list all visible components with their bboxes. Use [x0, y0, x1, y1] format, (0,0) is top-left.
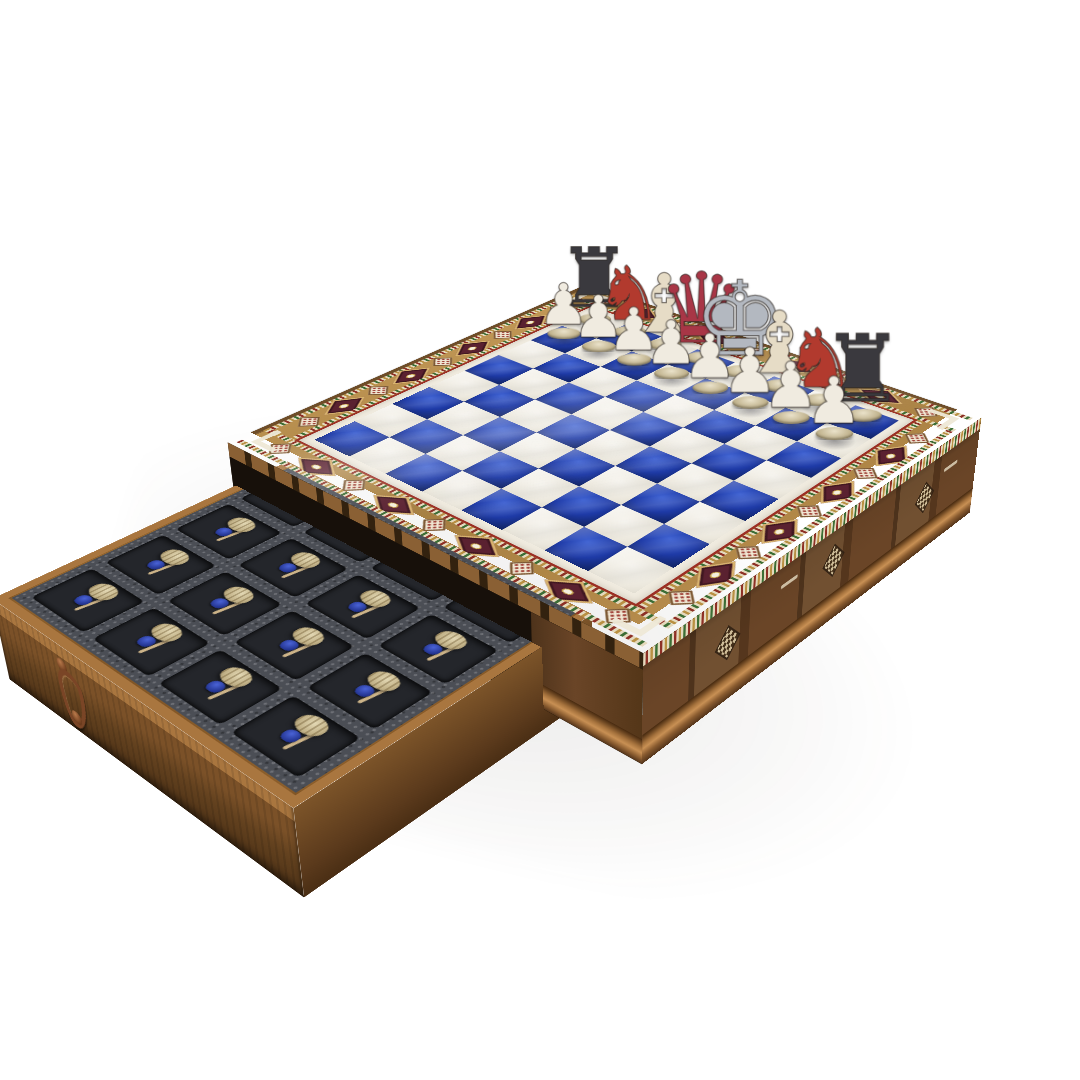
foam-slot	[167, 571, 282, 635]
foam-slot	[231, 695, 361, 777]
foam-slot	[237, 538, 348, 598]
mosaic-diamond-medallion	[696, 561, 735, 588]
stored-piece-figure	[352, 683, 378, 699]
stored-piece-figure	[346, 600, 370, 614]
stored-piece-base	[155, 546, 194, 567]
foam-slot	[377, 614, 498, 684]
stored-piece-figure	[203, 679, 229, 695]
piece-pedestal	[815, 427, 852, 440]
stored-piece-lance	[137, 638, 172, 654]
stored-piece-figure	[208, 597, 232, 611]
stored-piece-figure	[277, 638, 302, 653]
mosaic-star-inlay	[510, 561, 534, 575]
stored-piece-lance	[351, 604, 383, 619]
foam-slot	[305, 575, 420, 640]
mosaic-star-inlay	[596, 297, 614, 304]
mosaic-star-inlay	[669, 590, 695, 604]
mosaic-star-inlay	[423, 519, 446, 531]
drawer-handle[interactable]	[52, 651, 88, 734]
stored-piece-figure	[277, 727, 304, 744]
mosaic-star-inlay	[853, 468, 878, 479]
stored-piece-base	[83, 581, 124, 604]
stored-piece-figure	[213, 526, 235, 538]
piece-glyph: ♟	[805, 370, 863, 432]
stored-piece-base	[214, 664, 258, 691]
mosaic-star-inlay	[667, 322, 686, 330]
stored-piece-base	[362, 668, 407, 695]
stored-piece-lance	[282, 732, 318, 750]
mosaic-star-inlay	[343, 480, 366, 491]
stored-piece-lance	[212, 600, 245, 614]
stored-piece-figure	[71, 593, 95, 606]
mosaic-star-inlay	[549, 306, 567, 313]
dash-inlay	[781, 574, 798, 590]
foam-slot	[159, 649, 283, 724]
checker-inlay	[916, 484, 933, 511]
stored-piece-lance	[281, 642, 315, 658]
stored-piece-base	[288, 711, 334, 740]
stored-piece-figure	[145, 558, 168, 571]
stored-piece-base	[430, 627, 473, 652]
stored-piece-lance	[206, 683, 242, 700]
stored-piece-figure	[421, 641, 446, 656]
mosaic-diamond-medallion	[298, 457, 335, 475]
dash-inlay	[944, 459, 958, 472]
mosaic-diamond-medallion	[761, 519, 797, 543]
chess-piece-p[interactable]: ♟	[792, 359, 877, 440]
mosaic-star-inlay	[904, 433, 929, 443]
foam-slot	[307, 653, 432, 729]
mosaic-diamond-medallion	[455, 535, 499, 557]
foam-slot	[31, 568, 145, 632]
mosaic-diamond-medallion	[695, 332, 734, 346]
foam-slot	[234, 611, 354, 681]
stored-piece-lance	[216, 529, 247, 541]
product-photo-stage: Product photo on a white background: han…	[0, 0, 1080, 1080]
stored-piece-base	[223, 515, 261, 535]
handle-loop	[55, 663, 92, 736]
stored-piece-base	[355, 587, 396, 610]
foam-slot	[92, 607, 211, 676]
stored-piece-base	[286, 549, 326, 570]
mosaic-star-inlay	[368, 386, 388, 395]
mosaic-star-inlay	[494, 331, 512, 339]
checker-inlay	[716, 628, 738, 658]
stored-piece-base	[219, 584, 260, 607]
mosaic-diamond-medallion	[821, 481, 854, 503]
stored-piece-lance	[281, 565, 312, 578]
scene-3d: ♜♞♝♛♚♝♞♜♟♟♟♟♟♟♟♟	[0, 0, 1080, 1080]
mosaic-star-inlay	[797, 505, 823, 517]
chess-box: ♜♞♝♛♚♝♞♜♟♟♟♟♟♟♟♟	[228, 284, 982, 654]
mosaic-diamond-medallion	[373, 495, 414, 515]
square-d4	[537, 414, 610, 448]
mosaic-diamond-medallion	[514, 315, 547, 330]
stored-piece-base	[287, 624, 330, 649]
mosaic-diamond-medallion	[544, 579, 593, 603]
mosaic-star-inlay	[298, 417, 320, 427]
stored-piece-figure	[277, 561, 300, 574]
mosaic-diamond-medallion	[622, 307, 658, 320]
stored-piece-figure	[134, 634, 159, 649]
stored-piece-lance	[357, 687, 391, 704]
mosaic-diamond-medallion	[875, 445, 907, 466]
stored-piece-lance	[147, 562, 179, 575]
foam-slot	[175, 504, 282, 560]
stored-piece-lance	[426, 645, 458, 661]
mosaic-star-inlay	[913, 407, 937, 417]
mosaic-star-inlay	[743, 348, 764, 356]
checker-inlay	[824, 546, 843, 575]
stored-piece-base	[146, 621, 188, 646]
mosaic-star-inlay	[433, 357, 452, 365]
mosaic-star-inlay	[736, 546, 762, 559]
foam-slot	[106, 535, 216, 595]
stored-piece-lance	[74, 597, 108, 611]
